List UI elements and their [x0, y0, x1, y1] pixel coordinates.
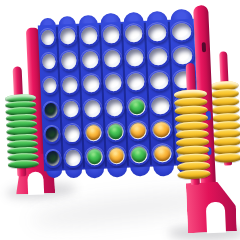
green-spare-disc[interactable] [8, 160, 39, 169]
cell-r1c5[interactable] [125, 25, 143, 43]
cell-r6c1[interactable] [46, 151, 60, 167]
cell-r5c2[interactable] [64, 125, 79, 142]
green-disc[interactable] [108, 124, 123, 139]
product-photo-giant-connect-four [0, 0, 240, 240]
cell-r6c5[interactable] [130, 146, 148, 164]
cell-r1c4[interactable] [102, 26, 119, 44]
hole-ring [39, 27, 57, 47]
cell-r5c4[interactable] [107, 123, 124, 141]
cell-r2c1[interactable] [42, 54, 56, 70]
cell-r3c1[interactable] [43, 78, 57, 94]
hole-ring [62, 123, 81, 144]
hole-ring [100, 24, 121, 46]
hole-ring [104, 97, 125, 119]
cell-r2c5[interactable] [126, 49, 144, 67]
cell-r4c6[interactable] [151, 97, 170, 115]
cell-r5c6[interactable] [152, 121, 171, 139]
green-disc[interactable] [87, 149, 102, 164]
cell-r1c6[interactable] [148, 24, 167, 42]
hole-ring [126, 96, 148, 118]
yellow-disc[interactable] [109, 148, 124, 163]
yellow-spare-disc[interactable] [177, 169, 210, 179]
cell-r5c3[interactable] [85, 124, 102, 142]
right-front-yellow-stack[interactable] [174, 90, 211, 179]
cell-r4c4[interactable] [106, 99, 123, 117]
cell-r6c2[interactable] [65, 149, 80, 166]
cell-r4c5[interactable] [128, 98, 146, 116]
cell-r6c4[interactable] [108, 147, 125, 165]
hole-ring [79, 49, 100, 71]
yellow-disc[interactable] [86, 125, 101, 140]
cell-r3c3[interactable] [83, 75, 100, 93]
hole-ring [78, 25, 99, 47]
hole-ring [42, 100, 60, 120]
cell-r4c3[interactable] [84, 100, 101, 118]
cell-r3c5[interactable] [127, 73, 145, 91]
cell-r1c7[interactable] [172, 23, 192, 41]
cell-r6c6[interactable] [153, 145, 172, 163]
hole-ring [82, 98, 103, 120]
yellow-disc[interactable] [130, 123, 146, 138]
cell-r2c3[interactable] [81, 51, 98, 69]
yellow-disc[interactable] [154, 146, 171, 162]
hole-ring [83, 122, 104, 144]
cell-r1c1[interactable] [41, 29, 55, 45]
connect-four-unit [0, 0, 240, 240]
cell-r3c2[interactable] [62, 76, 77, 93]
cell-r5c1[interactable] [45, 127, 59, 143]
left-green-stack[interactable] [5, 95, 39, 169]
cell-r1c2[interactable] [60, 28, 75, 45]
cell-r6c3[interactable] [86, 148, 103, 166]
cell-r3c6[interactable] [150, 72, 169, 90]
cell-r1c3[interactable] [80, 27, 97, 45]
cell-r5c5[interactable] [129, 122, 147, 140]
cell-r4c2[interactable] [63, 101, 78, 118]
cell-r3c4[interactable] [105, 74, 122, 92]
yellow-disc[interactable] [153, 122, 170, 138]
cell-r2c7[interactable] [173, 47, 193, 65]
cell-r4c1[interactable] [44, 102, 58, 118]
hole-ring [123, 23, 145, 45]
green-disc[interactable] [129, 99, 145, 114]
cell-r2c2[interactable] [61, 52, 76, 69]
cell-r2c4[interactable] [103, 50, 120, 68]
hole-ring [60, 74, 79, 95]
hole-ring [63, 147, 82, 168]
cell-r2c6[interactable] [149, 48, 168, 66]
hole-ring [59, 50, 78, 71]
green-disc[interactable] [131, 147, 147, 162]
